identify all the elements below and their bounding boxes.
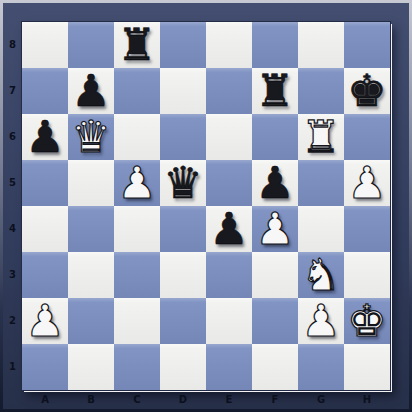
square-f5[interactable]: ♟ xyxy=(252,160,298,206)
rank-label-5: 5 xyxy=(3,160,22,206)
square-d4[interactable] xyxy=(160,206,206,252)
square-f8[interactable] xyxy=(252,22,298,68)
piece-white-pawn-f4[interactable]: ♟ xyxy=(252,206,298,252)
square-b3[interactable] xyxy=(68,252,114,298)
board-frame: ♜♟♜♚♟♛♜♟♛♟♟♟♟♞♟♟♚ 87654321ABCDEFGH xyxy=(0,0,412,412)
square-a6[interactable]: ♟ xyxy=(22,114,68,160)
square-e5[interactable] xyxy=(206,160,252,206)
piece-black-pawn-f5[interactable]: ♟ xyxy=(252,160,298,206)
square-c1[interactable] xyxy=(114,344,160,390)
file-label-b: B xyxy=(68,390,114,409)
file-label-f: F xyxy=(252,390,298,409)
file-label-c: C xyxy=(114,390,160,409)
square-h2[interactable]: ♚ xyxy=(344,298,390,344)
piece-black-pawn-e4[interactable]: ♟ xyxy=(206,206,252,252)
square-a3[interactable] xyxy=(22,252,68,298)
square-b1[interactable] xyxy=(68,344,114,390)
square-c2[interactable] xyxy=(114,298,160,344)
square-h8[interactable] xyxy=(344,22,390,68)
rank-label-8: 8 xyxy=(3,22,22,68)
piece-black-pawn-a6[interactable]: ♟ xyxy=(22,114,68,160)
square-f2[interactable] xyxy=(252,298,298,344)
square-h4[interactable] xyxy=(344,206,390,252)
square-f3[interactable] xyxy=(252,252,298,298)
square-f6[interactable] xyxy=(252,114,298,160)
square-b8[interactable] xyxy=(68,22,114,68)
square-c6[interactable] xyxy=(114,114,160,160)
file-label-e: E xyxy=(206,390,252,409)
square-b5[interactable] xyxy=(68,160,114,206)
square-e4[interactable]: ♟ xyxy=(206,206,252,252)
piece-white-king-h2[interactable]: ♚ xyxy=(344,298,390,344)
rank-label-4: 4 xyxy=(3,206,22,252)
square-b4[interactable] xyxy=(68,206,114,252)
square-a7[interactable] xyxy=(22,68,68,114)
square-c5[interactable]: ♟ xyxy=(114,160,160,206)
chess-board: ♜♟♜♚♟♛♜♟♛♟♟♟♟♞♟♟♚ xyxy=(22,22,390,390)
square-g7[interactable] xyxy=(298,68,344,114)
piece-white-pawn-c5[interactable]: ♟ xyxy=(114,160,160,206)
square-d5[interactable]: ♛ xyxy=(160,160,206,206)
square-a1[interactable] xyxy=(22,344,68,390)
rank-label-6: 6 xyxy=(3,114,22,160)
board-border: ♜♟♜♚♟♛♜♟♛♟♟♟♟♞♟♟♚ 87654321ABCDEFGH xyxy=(3,3,409,409)
square-h3[interactable] xyxy=(344,252,390,298)
square-f1[interactable] xyxy=(252,344,298,390)
square-h7[interactable]: ♚ xyxy=(344,68,390,114)
rank-label-1: 1 xyxy=(3,344,22,390)
rank-label-3: 3 xyxy=(3,252,22,298)
square-f4[interactable]: ♟ xyxy=(252,206,298,252)
square-g5[interactable] xyxy=(298,160,344,206)
square-e2[interactable] xyxy=(206,298,252,344)
file-label-g: G xyxy=(298,390,344,409)
square-g8[interactable] xyxy=(298,22,344,68)
square-d2[interactable] xyxy=(160,298,206,344)
square-g6[interactable]: ♜ xyxy=(298,114,344,160)
square-a8[interactable] xyxy=(22,22,68,68)
piece-white-pawn-h5[interactable]: ♟ xyxy=(344,160,390,206)
square-e1[interactable] xyxy=(206,344,252,390)
square-d1[interactable] xyxy=(160,344,206,390)
piece-white-knight-g3[interactable]: ♞ xyxy=(298,252,344,298)
square-c7[interactable] xyxy=(114,68,160,114)
piece-white-rook-g6[interactable]: ♜ xyxy=(298,114,344,160)
square-e7[interactable] xyxy=(206,68,252,114)
square-a4[interactable] xyxy=(22,206,68,252)
file-label-a: A xyxy=(22,390,68,409)
square-g4[interactable] xyxy=(298,206,344,252)
square-h6[interactable] xyxy=(344,114,390,160)
square-c3[interactable] xyxy=(114,252,160,298)
square-d3[interactable] xyxy=(160,252,206,298)
square-a5[interactable] xyxy=(22,160,68,206)
square-e3[interactable] xyxy=(206,252,252,298)
square-g2[interactable]: ♟ xyxy=(298,298,344,344)
piece-white-pawn-g2[interactable]: ♟ xyxy=(298,298,344,344)
piece-white-queen-b6[interactable]: ♛ xyxy=(68,114,114,160)
square-b6[interactable]: ♛ xyxy=(68,114,114,160)
square-g3[interactable]: ♞ xyxy=(298,252,344,298)
square-a2[interactable]: ♟ xyxy=(22,298,68,344)
square-e6[interactable] xyxy=(206,114,252,160)
square-c4[interactable] xyxy=(114,206,160,252)
piece-black-rook-c8[interactable]: ♜ xyxy=(114,22,160,68)
square-h5[interactable]: ♟ xyxy=(344,160,390,206)
rank-label-7: 7 xyxy=(3,68,22,114)
square-d8[interactable] xyxy=(160,22,206,68)
square-d7[interactable] xyxy=(160,68,206,114)
square-b7[interactable]: ♟ xyxy=(68,68,114,114)
square-f7[interactable]: ♜ xyxy=(252,68,298,114)
square-b2[interactable] xyxy=(68,298,114,344)
file-label-h: H xyxy=(344,390,390,409)
rank-label-2: 2 xyxy=(3,298,22,344)
piece-black-queen-d5[interactable]: ♛ xyxy=(160,160,206,206)
piece-black-pawn-b7[interactable]: ♟ xyxy=(68,68,114,114)
piece-white-pawn-a2[interactable]: ♟ xyxy=(22,298,68,344)
square-e8[interactable] xyxy=(206,22,252,68)
piece-black-king-h7[interactable]: ♚ xyxy=(344,68,390,114)
square-g1[interactable] xyxy=(298,344,344,390)
square-h1[interactable] xyxy=(344,344,390,390)
square-d6[interactable] xyxy=(160,114,206,160)
piece-black-rook-f7[interactable]: ♜ xyxy=(252,68,298,114)
file-label-d: D xyxy=(160,390,206,409)
square-c8[interactable]: ♜ xyxy=(114,22,160,68)
